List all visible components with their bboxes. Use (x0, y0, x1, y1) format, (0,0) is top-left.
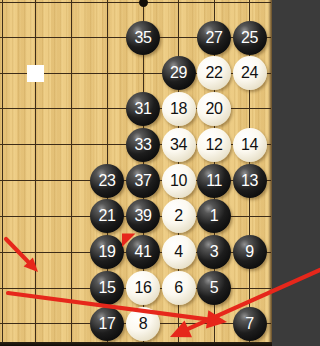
stone-white-22[interactable]: 22 (197, 56, 231, 90)
grid-line-vertical (2, 0, 3, 342)
stone-number: 29 (170, 64, 187, 82)
stone-black-29[interactable]: 29 (162, 56, 196, 90)
stone-black-7[interactable]: 7 (233, 307, 267, 341)
stone-number: 41 (135, 243, 152, 261)
stone-number: 5 (210, 279, 218, 297)
stone-white-6[interactable]: 6 (162, 271, 196, 305)
grid-line-vertical (35, 0, 36, 342)
right-background-panel (272, 0, 320, 346)
stone-number: 17 (99, 315, 116, 333)
stone-black-25[interactable]: 25 (233, 21, 267, 55)
grid-line-horizontal (0, 2, 271, 3)
stone-number: 12 (206, 136, 223, 154)
stone-number: 16 (135, 279, 152, 297)
stone-number: 27 (206, 29, 223, 47)
go-board[interactable]: 3527252922243118203334121423371011132139… (0, 0, 272, 342)
stone-number: 22 (206, 64, 223, 82)
stone-white-14[interactable]: 14 (233, 128, 267, 162)
stone-number: 14 (241, 136, 258, 154)
stone-number: 1 (210, 207, 218, 225)
stone-black-39[interactable]: 39 (126, 199, 160, 233)
grid-line-vertical (71, 0, 72, 342)
stone-number: 11 (206, 172, 222, 190)
stone-number: 7 (245, 315, 253, 333)
stone-number: 6 (174, 279, 182, 297)
stone-black-9[interactable]: 9 (233, 235, 267, 269)
stone-black-1[interactable]: 1 (197, 199, 231, 233)
stone-white-12[interactable]: 12 (197, 128, 231, 162)
stone-white-16[interactable]: 16 (126, 271, 160, 305)
stone-black-23[interactable]: 23 (90, 164, 124, 198)
stone-number: 25 (241, 29, 258, 47)
stone-number: 18 (170, 100, 187, 118)
stone-number: 35 (135, 29, 152, 47)
stone-number: 2 (174, 207, 182, 225)
stone-black-15[interactable]: 15 (90, 271, 124, 305)
stone-number: 9 (245, 243, 253, 261)
stone-white-2[interactable]: 2 (162, 199, 196, 233)
stone-black-19[interactable]: 19 (90, 235, 124, 269)
stone-number: 10 (170, 172, 187, 190)
stone-number: 4 (174, 243, 182, 261)
stone-number: 39 (135, 207, 152, 225)
star-point-marker (139, 0, 148, 7)
stone-black-35[interactable]: 35 (126, 21, 160, 55)
stone-number: 33 (135, 136, 152, 154)
bottom-background-strip (0, 342, 272, 346)
stone-black-27[interactable]: 27 (197, 21, 231, 55)
stone-white-18[interactable]: 18 (162, 92, 196, 126)
stone-black-11[interactable]: 11 (197, 164, 231, 198)
stone-white-10[interactable]: 10 (162, 164, 196, 198)
stone-number: 15 (99, 279, 116, 297)
stone-black-21[interactable]: 21 (90, 199, 124, 233)
stone-white-34[interactable]: 34 (162, 128, 196, 162)
stone-number: 13 (241, 172, 258, 190)
stone-number: 8 (139, 315, 147, 333)
stone-white-24[interactable]: 24 (233, 56, 267, 90)
stone-black-13[interactable]: 13 (233, 164, 267, 198)
stone-number: 24 (241, 64, 258, 82)
stone-number: 19 (99, 243, 116, 261)
go-app-screenshot: 3527252922243118203334121423371011132139… (0, 0, 320, 346)
stone-number: 3 (210, 243, 218, 261)
stone-black-37[interactable]: 37 (126, 164, 160, 198)
stone-black-31[interactable]: 31 (126, 92, 160, 126)
stone-white-8[interactable]: 8 (126, 307, 160, 341)
stone-black-17[interactable]: 17 (90, 307, 124, 341)
stone-black-41[interactable]: 41 (126, 235, 160, 269)
stone-number: 31 (135, 100, 152, 118)
stone-white-20[interactable]: 20 (197, 92, 231, 126)
square-marker (27, 65, 44, 82)
stone-number: 23 (99, 172, 116, 190)
stone-number: 20 (206, 100, 223, 118)
stone-number: 21 (99, 207, 116, 225)
stone-number: 34 (170, 136, 187, 154)
stone-black-5[interactable]: 5 (197, 271, 231, 305)
stone-number: 37 (135, 172, 152, 190)
stone-black-3[interactable]: 3 (197, 235, 231, 269)
stone-black-33[interactable]: 33 (126, 128, 160, 162)
stone-white-4[interactable]: 4 (162, 235, 196, 269)
